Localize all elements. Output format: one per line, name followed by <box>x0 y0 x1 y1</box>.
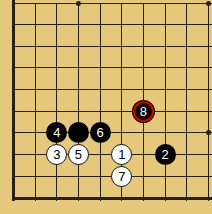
grid-line-vertical <box>165 3 166 201</box>
stone-number: 6 <box>96 126 103 139</box>
stone-black-6-E4[interactable]: 6 <box>90 122 111 143</box>
stone-black-4-C4[interactable]: 4 <box>46 122 67 143</box>
grid-line-vertical <box>56 3 57 201</box>
grid-line-horizontal <box>13 67 212 68</box>
stone-number: 2 <box>161 148 168 161</box>
stone-number: 8 <box>140 105 147 118</box>
board-edge-bottom <box>12 197 212 200</box>
stone-number: 7 <box>118 170 125 183</box>
grid-line-horizontal <box>13 24 212 25</box>
stone-number: 3 <box>53 148 60 161</box>
stone-number: 1 <box>118 148 125 161</box>
stone-black-8-G5[interactable]: 8 <box>133 101 154 122</box>
go-board[interactable]: 46823517 <box>0 0 212 214</box>
grid-line-horizontal <box>13 111 212 112</box>
grid-line-vertical <box>208 3 209 201</box>
stone-number: 4 <box>53 126 60 139</box>
stone-white-1-F3[interactable]: 1 <box>111 144 132 165</box>
star-point <box>206 1 211 6</box>
stone-black-setup-D4[interactable] <box>68 122 89 143</box>
grid-line-horizontal <box>13 132 212 133</box>
stone-white-5-D3[interactable]: 5 <box>68 144 89 165</box>
stone-black-2-H3[interactable]: 2 <box>155 144 176 165</box>
grid-line-vertical <box>78 3 79 201</box>
stone-white-7-F2[interactable]: 7 <box>111 166 132 187</box>
go-diagram-screen: 46823517 <box>0 0 212 214</box>
grid-line-horizontal <box>13 3 212 4</box>
grid-line-vertical <box>35 3 36 201</box>
stone-white-3-C3[interactable]: 3 <box>46 144 67 165</box>
stone-number: 5 <box>75 148 82 161</box>
grid-line-vertical <box>186 3 187 201</box>
board-edge-left <box>12 0 15 201</box>
grid-line-horizontal <box>13 46 212 47</box>
grid-line-horizontal <box>13 89 212 90</box>
grid-line-vertical <box>100 3 101 201</box>
star-point <box>76 1 81 6</box>
star-point <box>206 130 211 135</box>
